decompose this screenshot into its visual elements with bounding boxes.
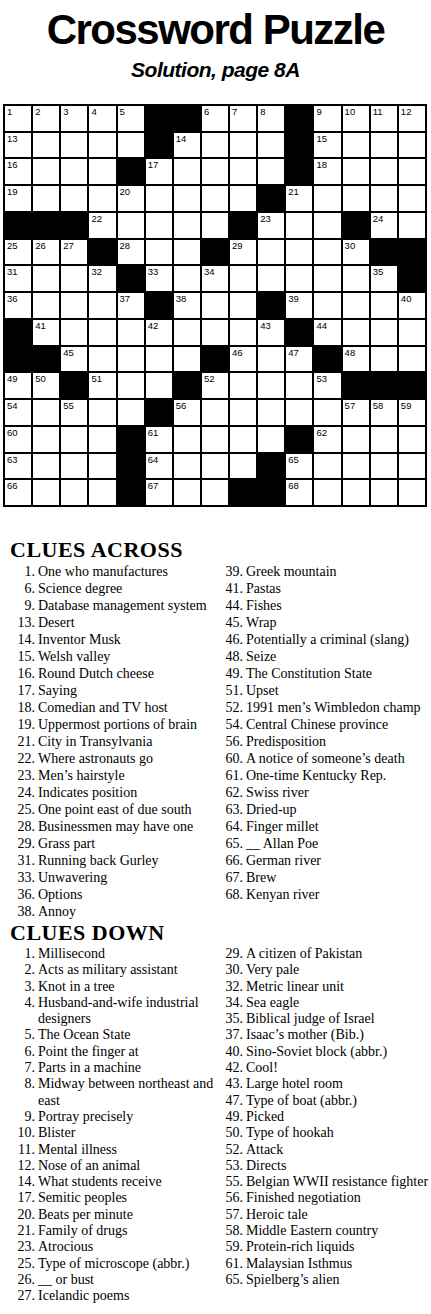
grid-cell-white [342,479,370,506]
clue-across-45: 45.Wrap [218,614,427,631]
clue-number: 48. [218,648,246,665]
cell-number: 2 [35,106,40,117]
grid-cell-white [342,319,370,346]
grid-cell-black [145,105,173,132]
clue-across-60: 60.A notice of someone’s death [218,750,427,767]
clue-text: Husband-and-wife industrial designers [38,995,214,1028]
grid-cell-white [313,239,341,266]
grid-cell-white [145,212,173,239]
grid-cell-black [285,319,313,346]
grid-cell-white [88,185,116,212]
grid-cell-white: 12 [398,105,426,132]
clue-across-54: 54.Central Chinese province [218,716,427,733]
grid-cell-white [370,453,398,480]
clue-text: Central Chinese province [246,716,388,733]
clue-number: 26. [10,1272,38,1288]
grid-cell-white: 5 [117,105,145,132]
cell-number: 32 [91,266,102,277]
clue-text: Comedian and TV host [38,699,168,716]
cell-number: 30 [345,240,356,251]
grid-cell-white [60,185,88,212]
clue-text: Predisposition [246,733,326,750]
clue-across-23: 23.Men’s hairstyle [10,767,218,784]
clue-text: Nose of an animal [38,1158,214,1174]
clue-number: 56. [218,1190,246,1206]
grid-cell-white [88,479,116,506]
cell-number: 65 [288,454,299,465]
clue-text: Unwavering [38,869,107,886]
clue-across-16: 16.Round Dutch cheese [10,665,218,682]
grid-cell-white: 4 [88,105,116,132]
grid-cell-white [257,372,285,399]
cell-number: 22 [91,213,102,224]
clues-across-columns: 1.One who manufactures6.Science degree9.… [10,563,431,920]
cell-number: 7 [232,106,237,117]
grid-cell-black [257,185,285,212]
grid-cell-white [201,185,229,212]
clue-number: 40. [218,1044,246,1060]
grid-cell-black [285,158,313,185]
grid-cell-white: 37 [117,292,145,319]
clue-down-7: 7.Parts in a machine [10,1060,218,1076]
clue-text: Welsh valley [38,648,110,665]
clue-text: Upset [246,682,279,699]
clue-text: One point east of due south [38,801,192,818]
grid-cell-white [229,158,257,185]
grid-cell-black [117,265,145,292]
clues-down-section: CLUES DOWN 1.Millisecond2.Acts as milita… [10,921,431,1305]
grid-cell-white [313,212,341,239]
clue-text: One-time Kentucky Rep. [246,767,386,784]
grid-cell-white [173,158,201,185]
grid-cell-white: 55 [60,399,88,426]
clue-across-63: 63.Dried-up [218,801,427,818]
grid-cell-white: 9 [313,105,341,132]
clue-number: 9. [10,597,38,614]
cell-number: 39 [288,293,299,304]
clue-number: 6. [10,580,38,597]
clue-down-11: 11.Mental illness [10,1142,218,1158]
grid-cell-black [173,105,201,132]
grid-cell-white [60,319,88,346]
clue-number: 1. [10,563,38,580]
grid-cell-black [370,372,398,399]
clue-number: 25. [10,1256,38,1272]
clue-number: 21. [10,1223,38,1239]
clue-number: 1. [10,946,38,962]
cell-number: 28 [120,240,131,251]
grid-cell-white [257,239,285,266]
clue-number: 11. [10,1142,38,1158]
clue-number: 39. [218,563,246,580]
clue-across-65: 65.__ Allan Poe [218,835,427,852]
clue-across-24: 24.Indicates position [10,784,218,801]
clue-across-62: 62.Swiss river [218,784,427,801]
grid-cell-white [145,372,173,399]
grid-cell-black [117,158,145,185]
clue-text: Grass part [38,835,95,852]
clue-across-25: 25.One point east of due south [10,801,218,818]
grid-cell-white [398,453,426,480]
cell-number: 3 [63,106,68,117]
grid-cell-white [342,292,370,319]
clue-number: 19. [10,716,38,733]
clue-text: Type of hookah [246,1125,334,1141]
clue-text: Potentially a criminal (slang) [246,631,409,648]
clue-across-6: 6.Science degree [10,580,218,597]
cell-number: 17 [148,159,159,170]
clue-down-57: 57.Heroic tale [218,1207,427,1223]
clue-text: Type of boat (abbr.) [246,1093,357,1109]
clue-text: German river [246,852,321,869]
clue-number: 10. [10,1125,38,1141]
clue-down-6: 6.Point the finger at [10,1044,218,1060]
grid-cell-white: 14 [173,132,201,159]
clue-number: 21. [10,733,38,750]
clue-down-49: 49.Picked [218,1109,427,1125]
clue-down-12: 12.Nose of an animal [10,1158,218,1174]
cell-number: 19 [7,186,18,197]
grid-cell-black [313,346,341,373]
cell-number: 33 [148,266,159,277]
clue-down-10: 10.Blister [10,1125,218,1141]
grid-cell-black [370,239,398,266]
clue-text: The Ocean State [38,1027,214,1043]
clue-number: 57. [218,1207,246,1223]
grid-cell-white: 65 [285,453,313,480]
cell-number: 58 [373,400,384,411]
grid-cell-black [201,346,229,373]
clue-text: Semitic peoples [38,1190,214,1206]
clue-number: 23. [10,767,38,784]
grid-cell-white [201,453,229,480]
clue-text: Annoy [38,903,76,920]
cell-number: 6 [204,106,209,117]
grid-cell-white: 8 [257,105,285,132]
grid-cell-white [398,212,426,239]
clue-text: The Constitution State [246,665,372,682]
clue-across-33: 33.Unwavering [10,869,218,886]
grid-cell-white [370,158,398,185]
grid-cell-white: 59 [398,399,426,426]
clue-text: Running back Gurley [38,852,159,869]
clue-number: 67. [218,869,246,886]
cell-number: 12 [401,106,412,117]
clue-number: 52. [218,699,246,716]
grid-cell-black [398,239,426,266]
clue-text: __ or bust [38,1272,214,1288]
clue-text: Icelandic poems [38,1288,214,1304]
grid-cell-white: 25 [4,239,32,266]
clue-text: Sea eagle [246,995,299,1011]
clue-text: Options [38,886,82,903]
clue-number: 62. [218,784,246,801]
grid-cell-black [117,426,145,453]
grid-cell-white: 27 [60,239,88,266]
clue-text: Protein-rich liquids [246,1239,355,1255]
clue-number: 29. [218,946,246,962]
page-subtitle: Solution, page 8A [0,58,431,82]
cell-number: 18 [316,159,327,170]
clue-number: 65. [218,1272,246,1288]
clue-text: Seize [246,648,276,665]
clue-down-1: 1.Millisecond [10,946,218,962]
cell-number: 25 [7,240,18,251]
grid-cell-white [60,426,88,453]
clue-text: Spielberg’s alien [246,1272,339,1288]
clue-list-across-2: 39.Greek mountain41.Pastas44.Fishes45.Wr… [218,563,427,920]
cell-number: 63 [7,454,18,465]
grid-cell-white: 68 [285,479,313,506]
clue-across-61: 61.One-time Kentucky Rep. [218,767,427,784]
grid-cell-white [342,426,370,453]
clue-down-43: 43.Large hotel room [218,1076,427,1092]
grid-cell-black [88,239,116,266]
clue-number: 5. [10,1027,38,1043]
clue-across-48: 48.Seize [218,648,427,665]
clue-number: 51. [218,682,246,699]
grid-cell-white [313,453,341,480]
grid-cell-black [4,346,32,373]
clue-text: Round Dutch cheese [38,665,154,682]
clue-across-66: 66.German river [218,852,427,869]
grid-cell-white [398,346,426,373]
grid-cell-white [201,399,229,426]
grid-cell-white [229,399,257,426]
clue-down-37: 37.Isaac’s mother (Bib.) [218,1027,427,1043]
clue-text: Type of microscope (abbr.) [38,1256,214,1272]
grid-cell-white [313,185,341,212]
clue-number: 34. [218,995,246,1011]
clue-number: 44. [218,597,246,614]
grid-cell-white [32,426,60,453]
grid-cell-white [32,265,60,292]
clue-number: 68. [218,886,246,903]
clue-text: Biblical judge of Israel [246,1011,375,1027]
clue-number: 49. [218,665,246,682]
grid-cell-black [4,319,32,346]
cell-number: 60 [7,427,18,438]
clue-down-32: 32.Metric linear unit [218,979,427,995]
grid-cell-white: 34 [201,265,229,292]
cell-number: 23 [260,213,271,224]
cell-number: 4 [91,106,96,117]
clue-text: Heroic tale [246,1207,308,1223]
clue-number: 46. [218,631,246,648]
clue-text: Dried-up [246,801,297,818]
grid-cell-white [117,399,145,426]
grid-cell-white: 38 [173,292,201,319]
grid-cell-white: 30 [342,239,370,266]
grid-cell-white: 49 [4,372,32,399]
clue-number: 7. [10,1060,38,1076]
clue-across-15: 15.Welsh valley [10,648,218,665]
clue-down-29: 29.A citizen of Pakistan [218,946,427,962]
cell-number: 16 [7,159,18,170]
cell-number: 62 [316,427,327,438]
clue-number: 55. [218,1174,246,1190]
grid-cell-white: 60 [4,426,32,453]
grid-cell-white: 52 [201,372,229,399]
grid-cell-white [60,479,88,506]
clue-number: 50. [218,1125,246,1141]
grid-cell-white: 53 [313,372,341,399]
grid-cell-white [398,158,426,185]
clue-down-9: 9.Portray precisely [10,1109,218,1125]
grid-cell-white: 48 [342,346,370,373]
clue-down-50: 50.Type of hookah [218,1125,427,1141]
grid-cell-white [201,426,229,453]
clue-down-47: 47.Type of boat (abbr.) [218,1093,427,1109]
grid-cell-white [117,212,145,239]
cell-number: 67 [148,480,159,491]
grid-cell-white: 40 [398,292,426,319]
grid-cell-white [229,426,257,453]
clue-text: Finger millet [246,818,319,835]
grid-cell-white [313,292,341,319]
clue-text: Mental illness [38,1142,214,1158]
clue-across-36: 36.Options [10,886,218,903]
cell-number: 35 [373,266,384,277]
grid-cell-black [257,292,285,319]
clue-number: 63. [218,801,246,818]
grid-cell-white [285,212,313,239]
grid-cell-white [32,453,60,480]
grid-cell-black [342,212,370,239]
grid-cell-white: 54 [4,399,32,426]
cell-number: 61 [148,427,159,438]
clue-number: 28. [10,818,38,835]
clue-down-27: 27.Icelandic poems [10,1288,218,1304]
grid-cell-black [342,372,370,399]
grid-cell-black [285,426,313,453]
clue-text: Greek mountain [246,563,337,580]
clue-number: 4. [10,995,38,1028]
clue-text: Wrap [246,614,277,631]
clue-number: 59. [218,1239,246,1255]
clue-across-64: 64.Finger millet [218,818,427,835]
clue-text: Millisecond [38,946,214,962]
clue-across-28: 28.Businessmen may have one [10,818,218,835]
grid-cell-white [201,292,229,319]
clue-across-68: 68.Kenyan river [218,886,427,903]
grid-cell-white: 23 [257,212,285,239]
clue-number: 25. [10,801,38,818]
clue-text: A notice of someone’s death [246,750,405,767]
grid-cell-white [60,132,88,159]
grid-cell-white: 61 [145,426,173,453]
grid-cell-white: 7 [229,105,257,132]
clue-across-46: 46.Potentially a criminal (slang) [218,631,427,648]
clue-across-51: 51.Upset [218,682,427,699]
grid-cell-white: 3 [60,105,88,132]
grid-cell-white [173,346,201,373]
grid-cell-white: 62 [313,426,341,453]
cell-number: 55 [63,400,74,411]
grid-cell-white: 19 [4,185,32,212]
grid-cell-black [145,399,173,426]
grid-cell-white [398,319,426,346]
clue-text: Businessmen may have one [38,818,193,835]
grid-cell-white [257,399,285,426]
clue-down-25: 25.Type of microscope (abbr.) [10,1256,218,1272]
clue-text: One who manufactures [38,563,168,580]
grid-cell-white [398,132,426,159]
grid-cell-white: 15 [313,132,341,159]
grid-cell-white [370,346,398,373]
clues-down-heading: CLUES DOWN [10,921,431,944]
page-title: Crossword Puzzle [0,0,431,54]
cell-number: 20 [120,186,131,197]
clue-across-38: 38.Annoy [10,903,218,920]
cell-number: 24 [373,213,384,224]
clue-down-14: 14.What students receive [10,1174,218,1190]
grid-cell-white [173,453,201,480]
grid-cell-white: 56 [173,399,201,426]
grid-cell-white: 50 [32,372,60,399]
clue-across-39: 39.Greek mountain [218,563,427,580]
grid-cell-white [229,265,257,292]
clue-across-56: 56.Predisposition [218,733,427,750]
clue-number: 64. [218,818,246,835]
grid-cell-white: 44 [313,319,341,346]
clue-text: Where astronauts go [38,750,153,767]
grid-cell-black [285,132,313,159]
cell-number: 5 [120,106,125,117]
clue-number: 58. [218,1223,246,1239]
clue-text: Knot in a tree [38,979,214,995]
clue-across-29: 29.Grass part [10,835,218,852]
grid-cell-black [229,212,257,239]
cell-number: 31 [7,266,18,277]
clue-down-40: 40.Sino-Soviet block (abbr.) [218,1044,427,1060]
grid-cell-white [313,265,341,292]
clue-text: Picked [246,1109,284,1125]
clue-down-59: 59.Protein-rich liquids [218,1239,427,1255]
grid-cell-white: 51 [88,372,116,399]
cell-number: 40 [401,293,412,304]
grid-cell-white: 17 [145,158,173,185]
clue-text: 1991 men’s Wimbledon champ [246,699,421,716]
clue-number: 61. [218,1256,246,1272]
clue-across-67: 67.Brew [218,869,427,886]
clue-number: 9. [10,1109,38,1125]
clue-down-2: 2.Acts as military assistant [10,962,218,978]
cell-number: 8 [260,106,265,117]
grid-cell-black [173,372,201,399]
grid-cell-white [342,453,370,480]
grid-cell-white [229,185,257,212]
grid-cell-white: 45 [60,346,88,373]
grid-cell-white: 32 [88,265,116,292]
clue-text: Fishes [246,597,282,614]
grid-cell-white: 58 [370,399,398,426]
grid-cell-white: 24 [370,212,398,239]
grid-cell-white [257,265,285,292]
clue-down-35: 35.Biblical judge of Israel [218,1011,427,1027]
grid-cell-black [145,292,173,319]
clues-down-columns: 1.Millisecond2.Acts as military assistan… [10,946,431,1305]
grid-cell-white [257,426,285,453]
crossword-grid: 1234567891011121314151617181920212223242… [3,104,427,507]
clue-number: 16. [10,665,38,682]
clue-number: 35. [218,1011,246,1027]
clue-text: Beats per minute [38,1207,214,1223]
grid-cell-white [313,399,341,426]
grid-cell-white [342,185,370,212]
cell-number: 15 [316,133,327,144]
grid-cell-white [257,158,285,185]
